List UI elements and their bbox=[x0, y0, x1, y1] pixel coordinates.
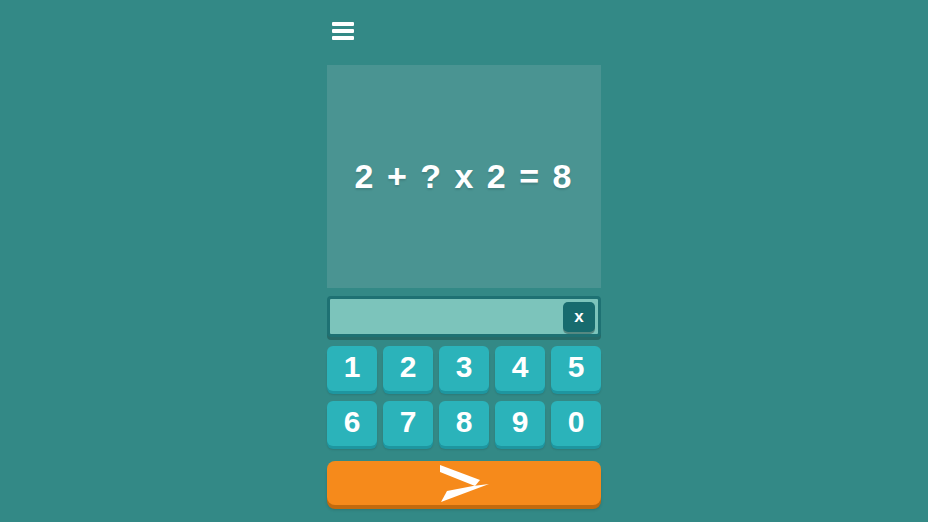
clear-button[interactable]: x bbox=[563, 302, 595, 332]
key-5[interactable]: 5 bbox=[551, 346, 601, 391]
question-panel: 2 + ? x 2 = 8 bbox=[327, 65, 601, 288]
answer-input[interactable]: x bbox=[327, 296, 601, 337]
app-screen: 2 + ? x 2 = 8 x 1 2 3 4 5 6 7 8 9 0 bbox=[0, 0, 928, 522]
keypad: 1 2 3 4 5 6 7 8 9 0 bbox=[327, 346, 601, 446]
key-0[interactable]: 0 bbox=[551, 401, 601, 446]
key-8[interactable]: 8 bbox=[439, 401, 489, 446]
key-3[interactable]: 3 bbox=[439, 346, 489, 391]
content-column: 2 + ? x 2 = 8 x 1 2 3 4 5 6 7 8 9 0 bbox=[327, 0, 601, 505]
equation-text: 2 + ? x 2 = 8 bbox=[355, 157, 574, 196]
hamburger-menu-icon bbox=[332, 29, 354, 33]
key-4[interactable]: 4 bbox=[495, 346, 545, 391]
hamburger-menu-icon bbox=[332, 36, 354, 40]
key-9[interactable]: 9 bbox=[495, 401, 545, 446]
key-7[interactable]: 7 bbox=[383, 401, 433, 446]
menu-button[interactable] bbox=[332, 22, 354, 40]
submit-button[interactable] bbox=[327, 461, 601, 505]
key-2[interactable]: 2 bbox=[383, 346, 433, 391]
key-1[interactable]: 1 bbox=[327, 346, 377, 391]
hamburger-menu-icon bbox=[332, 22, 354, 26]
key-6[interactable]: 6 bbox=[327, 401, 377, 446]
send-arrow-icon bbox=[437, 463, 491, 503]
